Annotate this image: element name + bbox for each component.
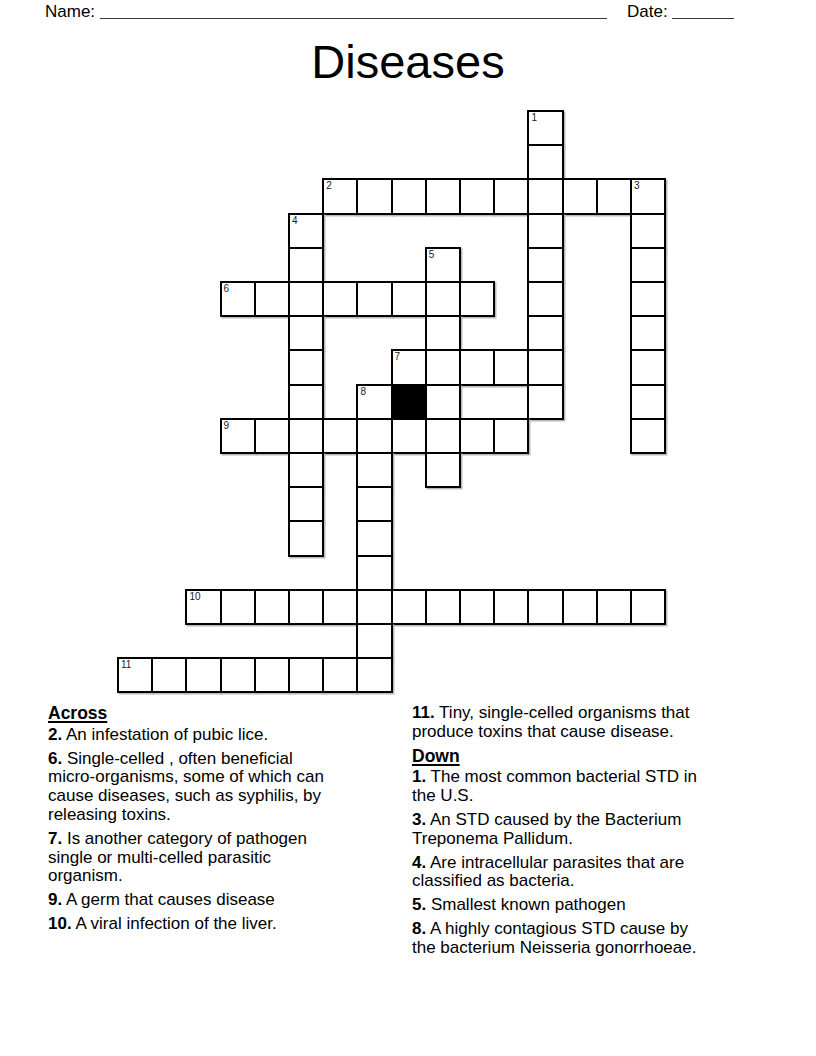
grid-cell-r8c5[interactable] (288, 384, 324, 420)
grid-cell-r5c12[interactable] (527, 281, 563, 317)
page-title: Diseases (0, 36, 816, 88)
grid-cell-r2c10[interactable] (459, 178, 495, 214)
grid-cell-r4c12[interactable] (527, 247, 563, 283)
grid-cell-r4c15[interactable] (630, 247, 666, 283)
grid-cell-r7c10[interactable] (459, 349, 495, 385)
grid-cell-r10c9[interactable] (425, 452, 461, 488)
clue-num-label: 10. (48, 914, 72, 933)
grid-cell-r16c2[interactable] (185, 657, 221, 693)
grid-cell-r15c7[interactable] (356, 623, 392, 659)
clue-number-5: 5 (429, 249, 435, 260)
grid-cell-r5c9[interactable] (425, 281, 461, 317)
grid-cell-r2c9[interactable] (425, 178, 461, 214)
grid-cell-r9c15[interactable] (630, 418, 666, 454)
grid-cell-r9c7[interactable] (356, 418, 392, 454)
grid-cell-r14c11[interactable] (493, 589, 529, 625)
grid-cell-r14c7[interactable] (356, 589, 392, 625)
clue-number-8: 8 (360, 386, 366, 397)
grid-cell-r14c5[interactable] (288, 589, 324, 625)
clue-text: An infestation of pubic lice. (62, 725, 268, 744)
grid-cell-r5c15[interactable] (630, 281, 666, 317)
clue-text: A germ that causes disease (62, 890, 275, 909)
grid-cell-r14c13[interactable] (562, 589, 598, 625)
grid-cell-r6c9[interactable] (425, 315, 461, 351)
grid-cell-r14c6[interactable] (322, 589, 358, 625)
clue-num-label: 1. (412, 767, 426, 786)
grid-cell-r7c12[interactable] (527, 349, 563, 385)
clue-number-10: 10 (189, 591, 200, 602)
grid-cell-r3c15[interactable] (630, 213, 666, 249)
clue-number-1: 1 (531, 112, 537, 123)
grid-cell-r4c5[interactable] (288, 247, 324, 283)
grid-cell-r2c6[interactable]: 2 (322, 178, 358, 214)
grid-cell-r5c6[interactable] (322, 281, 358, 317)
grid-cell-r14c8[interactable] (391, 589, 427, 625)
grid-cell-r9c10[interactable] (459, 418, 495, 454)
clue-down-1: 1. The most common bacterial STD in the … (412, 768, 784, 806)
date-blank-line (672, 0, 734, 19)
grid-cell-r9c5[interactable] (288, 418, 324, 454)
clue-number-11: 11 (121, 659, 131, 670)
grid-cell-r16c5[interactable] (288, 657, 324, 693)
clue-num-label: 11. (412, 703, 435, 722)
crossword-grid: 1234567891011 (117, 110, 668, 696)
grid-cell-r5c7[interactable] (356, 281, 392, 317)
grid-cell-r11c5[interactable] (288, 486, 324, 522)
grid-cell-r2c11[interactable] (493, 178, 529, 214)
clue-number-6: 6 (224, 283, 230, 294)
clue-num-label: 6. (48, 749, 62, 768)
grid-cell-r14c14[interactable] (596, 589, 632, 625)
grid-cell-r7c15[interactable] (630, 349, 666, 385)
grid-cell-r13c7[interactable] (356, 555, 392, 591)
grid-cell-r8c9[interactable] (425, 384, 461, 420)
clue-text: Smallest known pathogen (426, 895, 625, 914)
clue-down-4: 4. Are intracellular parasites that are … (412, 854, 784, 892)
date-label: Date: (627, 2, 668, 22)
clue-across-10: 10. A viral infection of the liver. (48, 915, 400, 934)
clue-number-4: 4 (292, 215, 298, 226)
grid-cell-r16c1[interactable] (151, 657, 187, 693)
grid-cell-r14c4[interactable] (254, 589, 290, 625)
grid-cell-r8c15[interactable] (630, 384, 666, 420)
grid-cell-r6c5[interactable] (288, 315, 324, 351)
name-label: Name: (45, 2, 95, 22)
clue-down-8: 8. A highly contagious STD cause by the … (412, 920, 784, 958)
grid-cell-r16c0[interactable]: 11 (117, 657, 153, 693)
grid-cell-r14c12[interactable] (527, 589, 563, 625)
grid-cell-r9c3[interactable]: 9 (220, 418, 256, 454)
grid-cell-r6c12[interactable] (527, 315, 563, 351)
clue-down-5: 5. Smallest known pathogen (412, 896, 784, 915)
grid-cell-r14c10[interactable] (459, 589, 495, 625)
grid-cell-r9c11[interactable] (493, 418, 529, 454)
clue-text: Is another category of pathogen single o… (48, 829, 307, 886)
grid-cell-r14c9[interactable] (425, 589, 461, 625)
grid-cell-r10c7[interactable] (356, 452, 392, 488)
clue-across-7: 7. Is another category of pathogen singl… (48, 830, 400, 886)
grid-cell-r7c9[interactable] (425, 349, 461, 385)
grid-cell-r5c3[interactable]: 6 (220, 281, 256, 317)
grid-cell-r2c8[interactable] (391, 178, 427, 214)
grid-cell-r5c8[interactable] (391, 281, 427, 317)
clue-num-label: 3. (412, 810, 426, 829)
grid-cell-r12c7[interactable] (356, 520, 392, 556)
clue-num-label: 4. (412, 853, 426, 872)
clue-text: A highly contagious STD cause by the bac… (412, 919, 696, 957)
grid-cell-r3c12[interactable] (527, 213, 563, 249)
clue-across-6: 6. Single-celled , often beneficial micr… (48, 750, 400, 825)
grid-cell-r9c9[interactable] (425, 418, 461, 454)
clues-left-column: Across2. An infestation of pubic lice.6.… (48, 704, 400, 939)
clue-number-3: 3 (634, 180, 640, 191)
down-header: Down (412, 747, 784, 766)
across-header: Across (48, 704, 400, 723)
grid-cell-r8c7[interactable]: 8 (356, 384, 392, 420)
grid-cell-r5c4[interactable] (254, 281, 290, 317)
blocked-cell (391, 384, 427, 420)
grid-cell-r16c6[interactable] (322, 657, 358, 693)
clue-across-2: 2. An infestation of pubic lice. (48, 726, 400, 745)
grid-cell-r10c5[interactable] (288, 452, 324, 488)
name-blank-line (100, 0, 607, 19)
crossword-worksheet: { "game": "crossword", "title": "Disease… (0, 0, 816, 1056)
grid-cell-r5c5[interactable] (288, 281, 324, 317)
grid-cell-r6c15[interactable] (630, 315, 666, 351)
grid-cell-r7c8[interactable]: 7 (391, 349, 427, 385)
clue-num-label: 8. (412, 919, 426, 938)
clue-text: An STD caused by the Bacterium Treponema… (412, 810, 681, 848)
clues-right-column: 11. Tiny, single-celled organisms that p… (412, 704, 784, 963)
grid-cell-r14c3[interactable] (220, 589, 256, 625)
clue-text: Are intracellular parasites that are cla… (412, 853, 684, 891)
grid-cell-r0c12[interactable]: 1 (527, 110, 563, 146)
clue-down-3: 3. An STD caused by the Bacterium Trepon… (412, 811, 784, 849)
grid-cell-r5c10[interactable] (459, 281, 495, 317)
grid-cell-r2c7[interactable] (356, 178, 392, 214)
grid-cell-r2c13[interactable] (562, 178, 598, 214)
grid-cell-r9c8[interactable] (391, 418, 427, 454)
grid-cell-r14c15[interactable] (630, 589, 666, 625)
clue-text: Single-celled , often beneficial micro-o… (48, 749, 324, 824)
grid-cell-r2c12[interactable] (527, 178, 563, 214)
clue-number-7: 7 (395, 351, 401, 362)
grid-cell-r7c5[interactable] (288, 349, 324, 385)
clue-num-label: 7. (48, 829, 62, 848)
clue-num-label: 5. (412, 895, 426, 914)
grid-cell-r1c12[interactable] (527, 144, 563, 180)
grid-cell-r16c7[interactable] (356, 657, 392, 693)
grid-cell-r9c4[interactable] (254, 418, 290, 454)
grid-cell-r2c15[interactable]: 3 (630, 178, 666, 214)
grid-cell-r3c5[interactable]: 4 (288, 213, 324, 249)
grid-cell-r11c7[interactable] (356, 486, 392, 522)
grid-cell-r8c12[interactable] (527, 384, 563, 420)
clue-num-label: 2. (48, 725, 62, 744)
clue-across-11: 11. Tiny, single-celled organisms that p… (412, 704, 784, 742)
grid-cell-r7c11[interactable] (493, 349, 529, 385)
clue-text: The most common bacterial STD in the U.S… (412, 767, 697, 805)
grid-cell-r16c3[interactable] (220, 657, 256, 693)
clue-text: Tiny, single-celled organisms that produ… (412, 703, 690, 741)
clue-text: A viral infection of the liver. (72, 914, 277, 933)
grid-cell-r9c6[interactable] (322, 418, 358, 454)
clue-number-2: 2 (326, 180, 332, 191)
clue-number-9: 9 (224, 420, 230, 431)
grid-cell-r14c2[interactable]: 10 (185, 589, 221, 625)
grid-cell-r12c5[interactable] (288, 520, 324, 556)
grid-cell-r4c9[interactable]: 5 (425, 247, 461, 283)
clue-across-9: 9. A germ that causes disease (48, 891, 400, 910)
clue-num-label: 9. (48, 890, 62, 909)
grid-cell-r16c4[interactable] (254, 657, 290, 693)
grid-cell-r2c14[interactable] (596, 178, 632, 214)
